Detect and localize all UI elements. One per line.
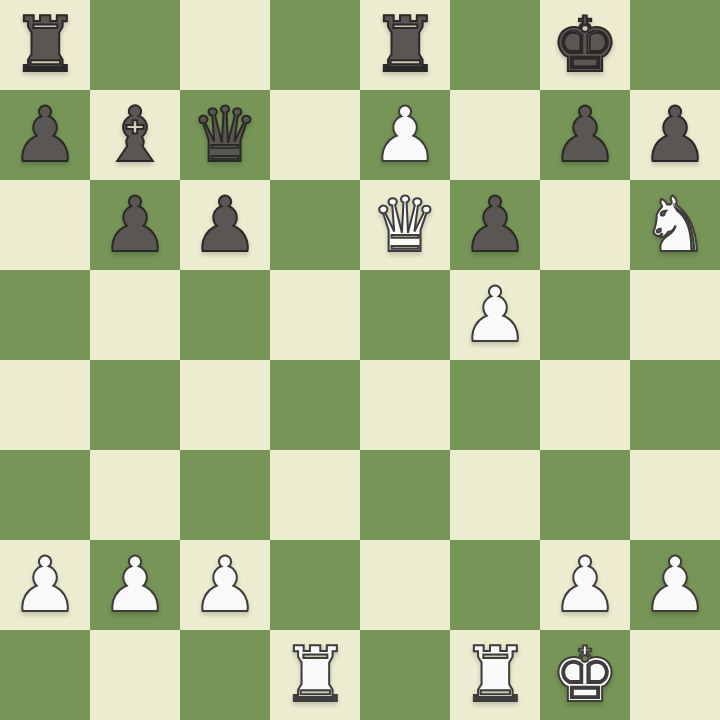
square-h1[interactable]	[630, 630, 720, 720]
square-g7[interactable]: ♟	[540, 90, 630, 180]
square-e1[interactable]	[360, 630, 450, 720]
square-b4[interactable]	[90, 360, 180, 450]
square-b8[interactable]	[90, 0, 180, 90]
white-pawn[interactable]: ♟	[540, 540, 630, 630]
square-a3[interactable]	[0, 450, 90, 540]
black-queen[interactable]: ♛	[180, 90, 270, 180]
square-b6[interactable]: ♟	[90, 180, 180, 270]
black-pawn[interactable]: ♟	[540, 90, 630, 180]
black-pawn[interactable]: ♟	[90, 180, 180, 270]
square-b7[interactable]: ♝	[90, 90, 180, 180]
square-f3[interactable]	[450, 450, 540, 540]
white-pawn[interactable]: ♟	[630, 540, 720, 630]
square-h7[interactable]: ♟	[630, 90, 720, 180]
square-b1[interactable]	[90, 630, 180, 720]
chess-board: ♜♜♚♟♝♛♟♟♟♟♟♛♟♞♟♟♟♟♟♟♜♜♚	[0, 0, 720, 720]
square-g4[interactable]	[540, 360, 630, 450]
white-pawn[interactable]: ♟	[360, 90, 450, 180]
square-g2[interactable]: ♟	[540, 540, 630, 630]
square-c3[interactable]	[180, 450, 270, 540]
square-g3[interactable]	[540, 450, 630, 540]
square-e7[interactable]: ♟	[360, 90, 450, 180]
square-a1[interactable]	[0, 630, 90, 720]
square-g6[interactable]	[540, 180, 630, 270]
square-c6[interactable]: ♟	[180, 180, 270, 270]
white-pawn[interactable]: ♟	[0, 540, 90, 630]
square-d5[interactable]	[270, 270, 360, 360]
square-c5[interactable]	[180, 270, 270, 360]
square-a5[interactable]	[0, 270, 90, 360]
square-d7[interactable]	[270, 90, 360, 180]
white-king[interactable]: ♚	[540, 630, 630, 720]
black-pawn[interactable]: ♟	[630, 90, 720, 180]
square-h6[interactable]: ♞	[630, 180, 720, 270]
square-h2[interactable]: ♟	[630, 540, 720, 630]
square-f6[interactable]: ♟	[450, 180, 540, 270]
black-pawn[interactable]: ♟	[0, 90, 90, 180]
square-f7[interactable]	[450, 90, 540, 180]
white-queen[interactable]: ♛	[360, 180, 450, 270]
black-rook[interactable]: ♜	[0, 0, 90, 90]
white-pawn[interactable]: ♟	[180, 540, 270, 630]
square-g8[interactable]: ♚	[540, 0, 630, 90]
square-g1[interactable]: ♚	[540, 630, 630, 720]
square-c1[interactable]	[180, 630, 270, 720]
square-c8[interactable]	[180, 0, 270, 90]
square-e5[interactable]	[360, 270, 450, 360]
square-c4[interactable]	[180, 360, 270, 450]
square-e6[interactable]: ♛	[360, 180, 450, 270]
square-a7[interactable]: ♟	[0, 90, 90, 180]
white-rook[interactable]: ♜	[270, 630, 360, 720]
square-g5[interactable]	[540, 270, 630, 360]
square-a4[interactable]	[0, 360, 90, 450]
square-d3[interactable]	[270, 450, 360, 540]
square-b3[interactable]	[90, 450, 180, 540]
white-rook[interactable]: ♜	[450, 630, 540, 720]
square-a8[interactable]: ♜	[0, 0, 90, 90]
square-d2[interactable]	[270, 540, 360, 630]
white-pawn[interactable]: ♟	[90, 540, 180, 630]
square-f4[interactable]	[450, 360, 540, 450]
square-d1[interactable]: ♜	[270, 630, 360, 720]
square-f2[interactable]	[450, 540, 540, 630]
square-h5[interactable]	[630, 270, 720, 360]
square-a6[interactable]	[0, 180, 90, 270]
square-e2[interactable]	[360, 540, 450, 630]
black-rook[interactable]: ♜	[360, 0, 450, 90]
square-a2[interactable]: ♟	[0, 540, 90, 630]
square-f1[interactable]: ♜	[450, 630, 540, 720]
white-pawn[interactable]: ♟	[450, 270, 540, 360]
square-h4[interactable]	[630, 360, 720, 450]
white-knight[interactable]: ♞	[630, 180, 720, 270]
square-f8[interactable]	[450, 0, 540, 90]
square-f5[interactable]: ♟	[450, 270, 540, 360]
black-king[interactable]: ♚	[540, 0, 630, 90]
black-pawn[interactable]: ♟	[180, 180, 270, 270]
square-e8[interactable]: ♜	[360, 0, 450, 90]
square-h8[interactable]	[630, 0, 720, 90]
square-e3[interactable]	[360, 450, 450, 540]
square-d6[interactable]	[270, 180, 360, 270]
square-d8[interactable]	[270, 0, 360, 90]
square-c7[interactable]: ♛	[180, 90, 270, 180]
black-pawn[interactable]: ♟	[450, 180, 540, 270]
black-bishop[interactable]: ♝	[90, 90, 180, 180]
square-e4[interactable]	[360, 360, 450, 450]
square-c2[interactable]: ♟	[180, 540, 270, 630]
square-h3[interactable]	[630, 450, 720, 540]
square-b5[interactable]	[90, 270, 180, 360]
square-b2[interactable]: ♟	[90, 540, 180, 630]
square-d4[interactable]	[270, 360, 360, 450]
